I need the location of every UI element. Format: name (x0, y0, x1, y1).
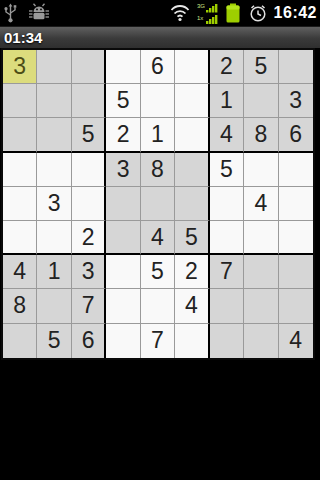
cell-r9c4[interactable] (106, 324, 140, 358)
cell-r6c1[interactable] (3, 221, 37, 255)
signal-icon: 3G 1x (197, 2, 218, 24)
cell-r9c6[interactable] (175, 324, 209, 358)
cell-r3c1[interactable] (3, 118, 37, 152)
cell-r2c6[interactable] (175, 84, 209, 118)
cell-r5c7[interactable] (210, 187, 244, 221)
game-timer: 01:34 (0, 29, 42, 46)
cell-r8c8[interactable] (244, 289, 278, 323)
cell-r2c5[interactable] (141, 84, 175, 118)
cell-r7c7[interactable]: 7 (210, 255, 244, 289)
cell-r4c1[interactable] (3, 153, 37, 187)
sudoku-board: 3625513521486385342454135278745674 (1, 48, 315, 360)
cell-r4c7[interactable]: 5 (210, 153, 244, 187)
adb-debug-icon (28, 3, 50, 23)
cell-r3c4[interactable]: 2 (106, 118, 140, 152)
cell-r2c3[interactable] (72, 84, 106, 118)
cell-r5c5[interactable] (141, 187, 175, 221)
cell-r7c6[interactable]: 2 (175, 255, 209, 289)
phone-screen: 3G 1x (0, 0, 320, 480)
signal-3g-label: 3G (197, 3, 205, 9)
cell-r9c8[interactable] (244, 324, 278, 358)
cell-r9c9[interactable]: 4 (279, 324, 313, 358)
cell-r8c2[interactable] (37, 289, 71, 323)
timer-bar: 01:34 (0, 26, 320, 48)
cell-r7c1[interactable]: 4 (3, 255, 37, 289)
cell-r9c7[interactable] (210, 324, 244, 358)
cell-r8c9[interactable] (279, 289, 313, 323)
cell-r3c9[interactable]: 6 (279, 118, 313, 152)
cell-r6c3[interactable]: 2 (72, 221, 106, 255)
cell-r1c5[interactable]: 6 (141, 50, 175, 84)
status-bar-right: 3G 1x (169, 2, 317, 24)
cell-r9c3[interactable]: 6 (72, 324, 106, 358)
cell-r8c5[interactable] (141, 289, 175, 323)
clock-time: 16:42 (274, 4, 317, 22)
wifi-icon (169, 4, 191, 22)
cell-r7c8[interactable] (244, 255, 278, 289)
cell-r6c9[interactable] (279, 221, 313, 255)
cell-r3c7[interactable]: 4 (210, 118, 244, 152)
cell-r1c3[interactable] (72, 50, 106, 84)
cell-r3c3[interactable]: 5 (72, 118, 106, 152)
cell-r1c2[interactable] (37, 50, 71, 84)
cell-r4c4[interactable]: 3 (106, 153, 140, 187)
footer-area: 게임 www.taskcity.com (0, 366, 320, 480)
cell-r2c7[interactable]: 1 (210, 84, 244, 118)
cell-r3c5[interactable]: 1 (141, 118, 175, 152)
cell-r7c4[interactable] (106, 255, 140, 289)
cell-r8c4[interactable] (106, 289, 140, 323)
cell-r5c1[interactable] (3, 187, 37, 221)
cell-r2c8[interactable] (244, 84, 278, 118)
cell-r7c3[interactable]: 3 (72, 255, 106, 289)
status-bar-left (3, 3, 50, 23)
cell-r5c4[interactable] (106, 187, 140, 221)
cell-r3c2[interactable] (37, 118, 71, 152)
cell-r4c5[interactable]: 8 (141, 153, 175, 187)
cell-r4c8[interactable] (244, 153, 278, 187)
cell-r6c8[interactable] (244, 221, 278, 255)
alarm-clock-icon (248, 3, 268, 23)
cell-r7c2[interactable]: 1 (37, 255, 71, 289)
usb-icon (3, 3, 18, 23)
cell-r4c9[interactable] (279, 153, 313, 187)
signal-1x-label: 1x (197, 15, 203, 21)
cell-r3c6[interactable] (175, 118, 209, 152)
cell-r5c6[interactable] (175, 187, 209, 221)
cell-r6c2[interactable] (37, 221, 71, 255)
cell-r7c5[interactable]: 5 (141, 255, 175, 289)
cell-r4c2[interactable] (37, 153, 71, 187)
cell-r5c9[interactable] (279, 187, 313, 221)
battery-icon (224, 2, 242, 24)
cell-r1c4[interactable] (106, 50, 140, 84)
cell-r6c7[interactable] (210, 221, 244, 255)
cell-r5c8[interactable]: 4 (244, 187, 278, 221)
cell-r5c3[interactable] (72, 187, 106, 221)
cell-r1c8[interactable]: 5 (244, 50, 278, 84)
cell-r2c4[interactable]: 5 (106, 84, 140, 118)
cell-r2c9[interactable]: 3 (279, 84, 313, 118)
cell-r1c6[interactable] (175, 50, 209, 84)
cell-r9c5[interactable]: 7 (141, 324, 175, 358)
cell-r4c3[interactable] (72, 153, 106, 187)
status-bar: 3G 1x (0, 0, 320, 26)
cell-r7c9[interactable] (279, 255, 313, 289)
cell-r5c2[interactable]: 3 (37, 187, 71, 221)
cell-r3c8[interactable]: 8 (244, 118, 278, 152)
cell-r8c7[interactable] (210, 289, 244, 323)
cell-r1c1[interactable]: 3 (3, 50, 37, 84)
cell-r2c1[interactable] (3, 84, 37, 118)
cell-r1c9[interactable] (279, 50, 313, 84)
cell-r4c6[interactable] (175, 153, 209, 187)
cell-r8c1[interactable]: 8 (3, 289, 37, 323)
cell-r9c2[interactable]: 5 (37, 324, 71, 358)
cell-r8c6[interactable]: 4 (175, 289, 209, 323)
cell-r6c5[interactable]: 4 (141, 221, 175, 255)
cell-r2c2[interactable] (37, 84, 71, 118)
cell-r9c1[interactable] (3, 324, 37, 358)
cell-r8c3[interactable]: 7 (72, 289, 106, 323)
cell-r6c4[interactable] (106, 221, 140, 255)
cell-r1c7[interactable]: 2 (210, 50, 244, 84)
cell-r6c6[interactable]: 5 (175, 221, 209, 255)
